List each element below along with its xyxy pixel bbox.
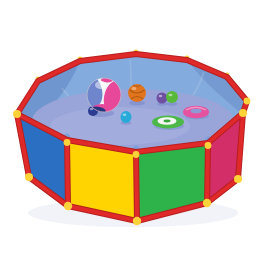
corner-ball (64, 202, 72, 210)
pink-ring (183, 106, 209, 118)
corner-ball (25, 173, 33, 181)
joint-ball (64, 139, 71, 146)
corner-ball (234, 175, 242, 183)
play-pool-illustration (0, 0, 270, 270)
corner-ball (13, 110, 21, 118)
purple-ball-shine (159, 95, 163, 97)
pink-ring-hole (191, 109, 202, 114)
green-ball (166, 91, 178, 103)
green-disc (152, 116, 184, 129)
orange-ball (128, 84, 146, 102)
joint-ball (205, 142, 212, 149)
cyan-ball (121, 111, 132, 123)
cyan-ball-shine (123, 114, 127, 116)
corner-ball (239, 109, 247, 117)
joint-ball (133, 151, 140, 158)
corner-ball (133, 217, 141, 225)
orange-ball-shine (132, 87, 137, 90)
corner-ball (203, 199, 211, 207)
corner-ball (244, 98, 251, 105)
purple-ball (157, 93, 168, 104)
green-disc-mark (164, 120, 171, 123)
green-ball-shine (169, 94, 173, 97)
beach-ball-highlight (95, 81, 107, 89)
product-photo (0, 0, 270, 270)
